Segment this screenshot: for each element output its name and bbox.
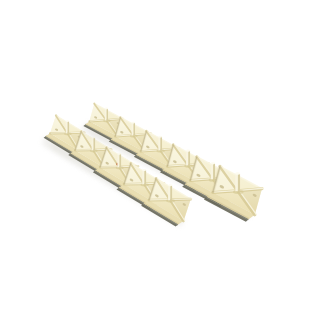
- mount-peg-face-shade: [160, 137, 162, 151]
- mount-peg-face-light: [105, 108, 107, 120]
- mount-peg-cap: [117, 153, 121, 155]
- mount-peg-face-light: [132, 123, 134, 136]
- mount-peg-face-light: [186, 151, 188, 166]
- product-photo-canvas: [0, 0, 320, 320]
- mount-peg-face-shade: [133, 123, 135, 136]
- mount-peg-face-shade: [144, 170, 146, 184]
- mount-peg-face-light: [92, 137, 94, 150]
- mount-peg-cap: [105, 108, 108, 110]
- mount-peg-face-light: [117, 154, 119, 168]
- mount-peg-cap: [235, 172, 240, 175]
- mount-peg-cap: [142, 169, 146, 171]
- mount-peg-face-shade: [107, 108, 108, 120]
- mount-peg-face-shade: [188, 151, 190, 166]
- mount-peg-face-light: [235, 174, 238, 192]
- mount-peg-face-light: [211, 163, 213, 179]
- mount-peg-face-shade: [238, 174, 240, 192]
- mount-peg-face-shade: [119, 154, 121, 168]
- mount-peg-face-light: [66, 121, 68, 133]
- mount-peg-cap: [66, 120, 69, 122]
- mount-peg-face-light: [142, 170, 144, 184]
- mount-peg-cap: [168, 184, 172, 186]
- mount-peg-face-shade: [170, 185, 172, 200]
- mount-peg-face-shade: [68, 121, 69, 133]
- mount-peg-face-shade: [213, 163, 215, 179]
- product-photo: [0, 0, 320, 320]
- mount-peg-face-shade: [94, 137, 96, 150]
- mount-peg-face-light: [168, 185, 170, 200]
- mount-peg-cap: [158, 136, 162, 138]
- mount-peg-face-light: [158, 137, 160, 151]
- mount-peg-cap: [131, 122, 135, 124]
- mount-peg-cap: [186, 150, 190, 152]
- mount-peg-cap: [211, 162, 216, 164]
